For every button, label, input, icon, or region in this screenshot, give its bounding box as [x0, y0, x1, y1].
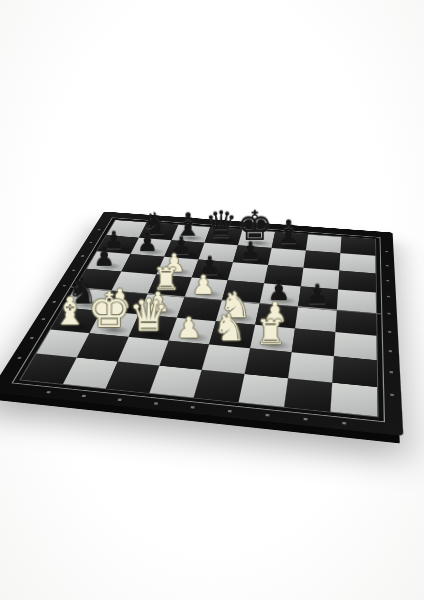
piece-shadow	[162, 267, 193, 277]
piece-black-bishop: ♝	[269, 216, 309, 248]
square-h4	[335, 310, 376, 336]
square-h7	[339, 253, 375, 273]
square-d4	[177, 297, 222, 322]
board-grid: ♞♝♛♚♝♟♟♟♟♟♟♟♜♟♟♟♞♟♟♞♟♝♚♛♟♞♜	[19, 220, 378, 418]
piece-shadow	[70, 299, 104, 310]
square-a5	[76, 269, 122, 291]
square-g4	[295, 307, 337, 333]
square-h6	[338, 271, 376, 293]
square-d2	[159, 341, 209, 370]
square-e1	[194, 370, 245, 402]
square-g1	[284, 378, 332, 411]
frame-magnet-dots-right	[385, 240, 395, 418]
square-g6	[301, 268, 339, 290]
piece-black-king: ♚	[235, 206, 274, 246]
square-f5: ♟	[260, 283, 301, 306]
board-frame: ♞♝♛♚♝♟♟♟♟♟♟♟♜♟♟♟♞♟♟♞♟♝♚♛♟♞♜	[0, 212, 403, 436]
square-h1	[330, 383, 377, 417]
chess-board: ♞♝♛♚♝♟♟♟♟♟♟♟♜♟♟♟♞♟♟♞♟♝♚♛♟♞♜	[0, 212, 403, 436]
piece-black-queen: ♛	[202, 207, 241, 243]
square-d5: ♟	[185, 277, 228, 300]
square-f3: ♜	[250, 325, 295, 352]
square-f1	[239, 374, 289, 407]
square-c1	[106, 362, 160, 393]
square-g2	[288, 352, 334, 382]
square-h5	[337, 289, 376, 313]
piece-white-queen: ♛	[125, 294, 172, 338]
product-photo: ♞♝♛♚♝♟♟♟♟♟♟♟♜♟♟♟♞♟♟♞♟♝♚♛♟♞♜	[0, 0, 424, 600]
board-inner-border: ♞♝♛♚♝♟♟♟♟♟♟♟♜♟♟♟♞♟♟♞♟♝♚♛♟♞♜	[12, 218, 386, 423]
piece-white-pawn: ♟	[252, 299, 298, 326]
square-e4: ♞	[216, 300, 260, 325]
square-h2	[332, 356, 377, 387]
square-d1	[149, 366, 201, 398]
square-e6	[228, 262, 268, 283]
